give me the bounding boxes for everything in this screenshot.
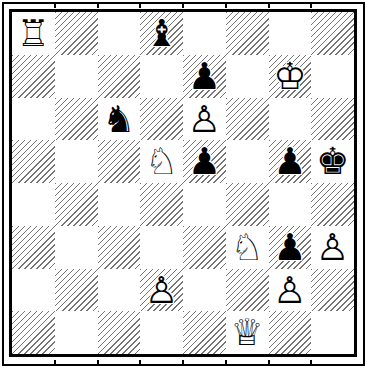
frame-tick-top (97, 2, 99, 8)
square-b5[interactable] (55, 140, 98, 183)
square-e2[interactable] (183, 269, 226, 312)
frame-tick-bottom (54, 360, 56, 366)
square-g2[interactable]: ♟♙ (269, 269, 312, 312)
frame-tick-bottom (139, 360, 141, 366)
frame-tick-top (139, 2, 141, 8)
square-d5[interactable]: ♞♘ (140, 140, 183, 183)
piece-fill-white-knight: ♞ (140, 140, 183, 183)
square-d3[interactable] (140, 226, 183, 269)
square-g6[interactable] (269, 98, 312, 141)
square-a8[interactable]: ♜♖ (12, 12, 55, 55)
frame-tick-top (225, 2, 227, 8)
frame-tick-top (54, 2, 56, 8)
square-g4[interactable] (269, 183, 312, 226)
frame-tick-bottom (225, 360, 227, 366)
square-c2[interactable] (98, 269, 141, 312)
piece-fill-white-pawn: ♟ (269, 269, 312, 312)
square-b4[interactable] (55, 183, 98, 226)
piece-white-queen: ♕ (226, 311, 269, 354)
piece-white-knight: ♘ (140, 140, 183, 183)
square-c3[interactable] (98, 226, 141, 269)
piece-black-pawn: ♟ (183, 55, 226, 98)
square-h5[interactable]: ♚ (311, 140, 354, 183)
square-e6[interactable]: ♟♙ (183, 98, 226, 141)
square-e7[interactable]: ♟ (183, 55, 226, 98)
square-e5[interactable]: ♟ (183, 140, 226, 183)
square-e1[interactable] (183, 311, 226, 354)
square-c5[interactable] (98, 140, 141, 183)
square-b8[interactable] (55, 12, 98, 55)
piece-white-knight: ♘ (226, 226, 269, 269)
piece-fill-white-rook: ♜ (12, 12, 55, 55)
piece-fill-white-pawn: ♟ (140, 269, 183, 312)
square-f2[interactable] (226, 269, 269, 312)
square-a2[interactable] (12, 269, 55, 312)
frame-tick-top (268, 2, 270, 8)
square-d6[interactable] (140, 98, 183, 141)
board-frame: ♜♖♝♟♚♔♞♟♙♞♘♟♟♚♞♘♟♟♙♟♙♟♙♛♕ (9, 9, 357, 357)
piece-white-pawn: ♙ (311, 226, 354, 269)
square-b1[interactable] (55, 311, 98, 354)
square-a7[interactable] (12, 55, 55, 98)
square-b2[interactable] (55, 269, 98, 312)
square-a1[interactable] (12, 311, 55, 354)
square-g8[interactable] (269, 12, 312, 55)
square-d1[interactable] (140, 311, 183, 354)
square-c4[interactable] (98, 183, 141, 226)
piece-white-pawn: ♙ (183, 98, 226, 141)
square-h7[interactable] (311, 55, 354, 98)
square-c7[interactable] (98, 55, 141, 98)
square-g1[interactable] (269, 311, 312, 354)
square-f4[interactable] (226, 183, 269, 226)
square-h6[interactable] (311, 98, 354, 141)
square-h2[interactable] (311, 269, 354, 312)
square-b3[interactable] (55, 226, 98, 269)
square-g5[interactable]: ♟ (269, 140, 312, 183)
square-b7[interactable] (55, 55, 98, 98)
piece-white-rook: ♖ (12, 12, 55, 55)
square-d4[interactable] (140, 183, 183, 226)
square-h1[interactable] (311, 311, 354, 354)
chess-board: ♜♖♝♟♚♔♞♟♙♞♘♟♟♚♞♘♟♟♙♟♙♟♙♛♕ (12, 12, 354, 354)
square-h8[interactable] (311, 12, 354, 55)
square-a4[interactable] (12, 183, 55, 226)
piece-black-pawn: ♟ (269, 226, 312, 269)
piece-black-pawn: ♟ (183, 140, 226, 183)
piece-fill-white-pawn: ♟ (311, 226, 354, 269)
piece-fill-white-knight: ♞ (226, 226, 269, 269)
square-b6[interactable] (55, 98, 98, 141)
square-a6[interactable] (12, 98, 55, 141)
square-e8[interactable] (183, 12, 226, 55)
piece-white-king: ♔ (269, 55, 312, 98)
square-c8[interactable] (98, 12, 141, 55)
square-f7[interactable] (226, 55, 269, 98)
square-e4[interactable] (183, 183, 226, 226)
square-h4[interactable] (311, 183, 354, 226)
piece-white-pawn: ♙ (269, 269, 312, 312)
square-h3[interactable]: ♟♙ (311, 226, 354, 269)
piece-white-pawn: ♙ (140, 269, 183, 312)
frame-tick-bottom (182, 360, 184, 366)
piece-black-knight: ♞ (98, 98, 141, 141)
piece-fill-white-pawn: ♟ (183, 98, 226, 141)
piece-black-pawn: ♟ (269, 140, 312, 183)
square-c6[interactable]: ♞ (98, 98, 141, 141)
square-d2[interactable]: ♟♙ (140, 269, 183, 312)
frame-tick-top (182, 2, 184, 8)
piece-black-king: ♚ (311, 140, 354, 183)
square-f5[interactable] (226, 140, 269, 183)
square-c1[interactable] (98, 311, 141, 354)
square-f8[interactable] (226, 12, 269, 55)
frame-tick-bottom (268, 360, 270, 366)
square-a3[interactable] (12, 226, 55, 269)
square-f1[interactable]: ♛♕ (226, 311, 269, 354)
frame-tick-top (310, 2, 312, 8)
square-a5[interactable] (12, 140, 55, 183)
square-e3[interactable] (183, 226, 226, 269)
square-d8[interactable]: ♝ (140, 12, 183, 55)
chess-diagram: ♜♖♝♟♚♔♞♟♙♞♘♟♟♚♞♘♟♟♙♟♙♟♙♛♕ (0, 0, 367, 368)
piece-black-bishop: ♝ (140, 12, 183, 55)
piece-fill-white-king: ♚ (269, 55, 312, 98)
piece-fill-white-queen: ♛ (226, 311, 269, 354)
frame-tick-bottom (310, 360, 312, 366)
frame-tick-bottom (97, 360, 99, 366)
square-f3[interactable]: ♞♘ (226, 226, 269, 269)
square-f6[interactable] (226, 98, 269, 141)
square-g7[interactable]: ♚♔ (269, 55, 312, 98)
square-d7[interactable] (140, 55, 183, 98)
square-g3[interactable]: ♟ (269, 226, 312, 269)
